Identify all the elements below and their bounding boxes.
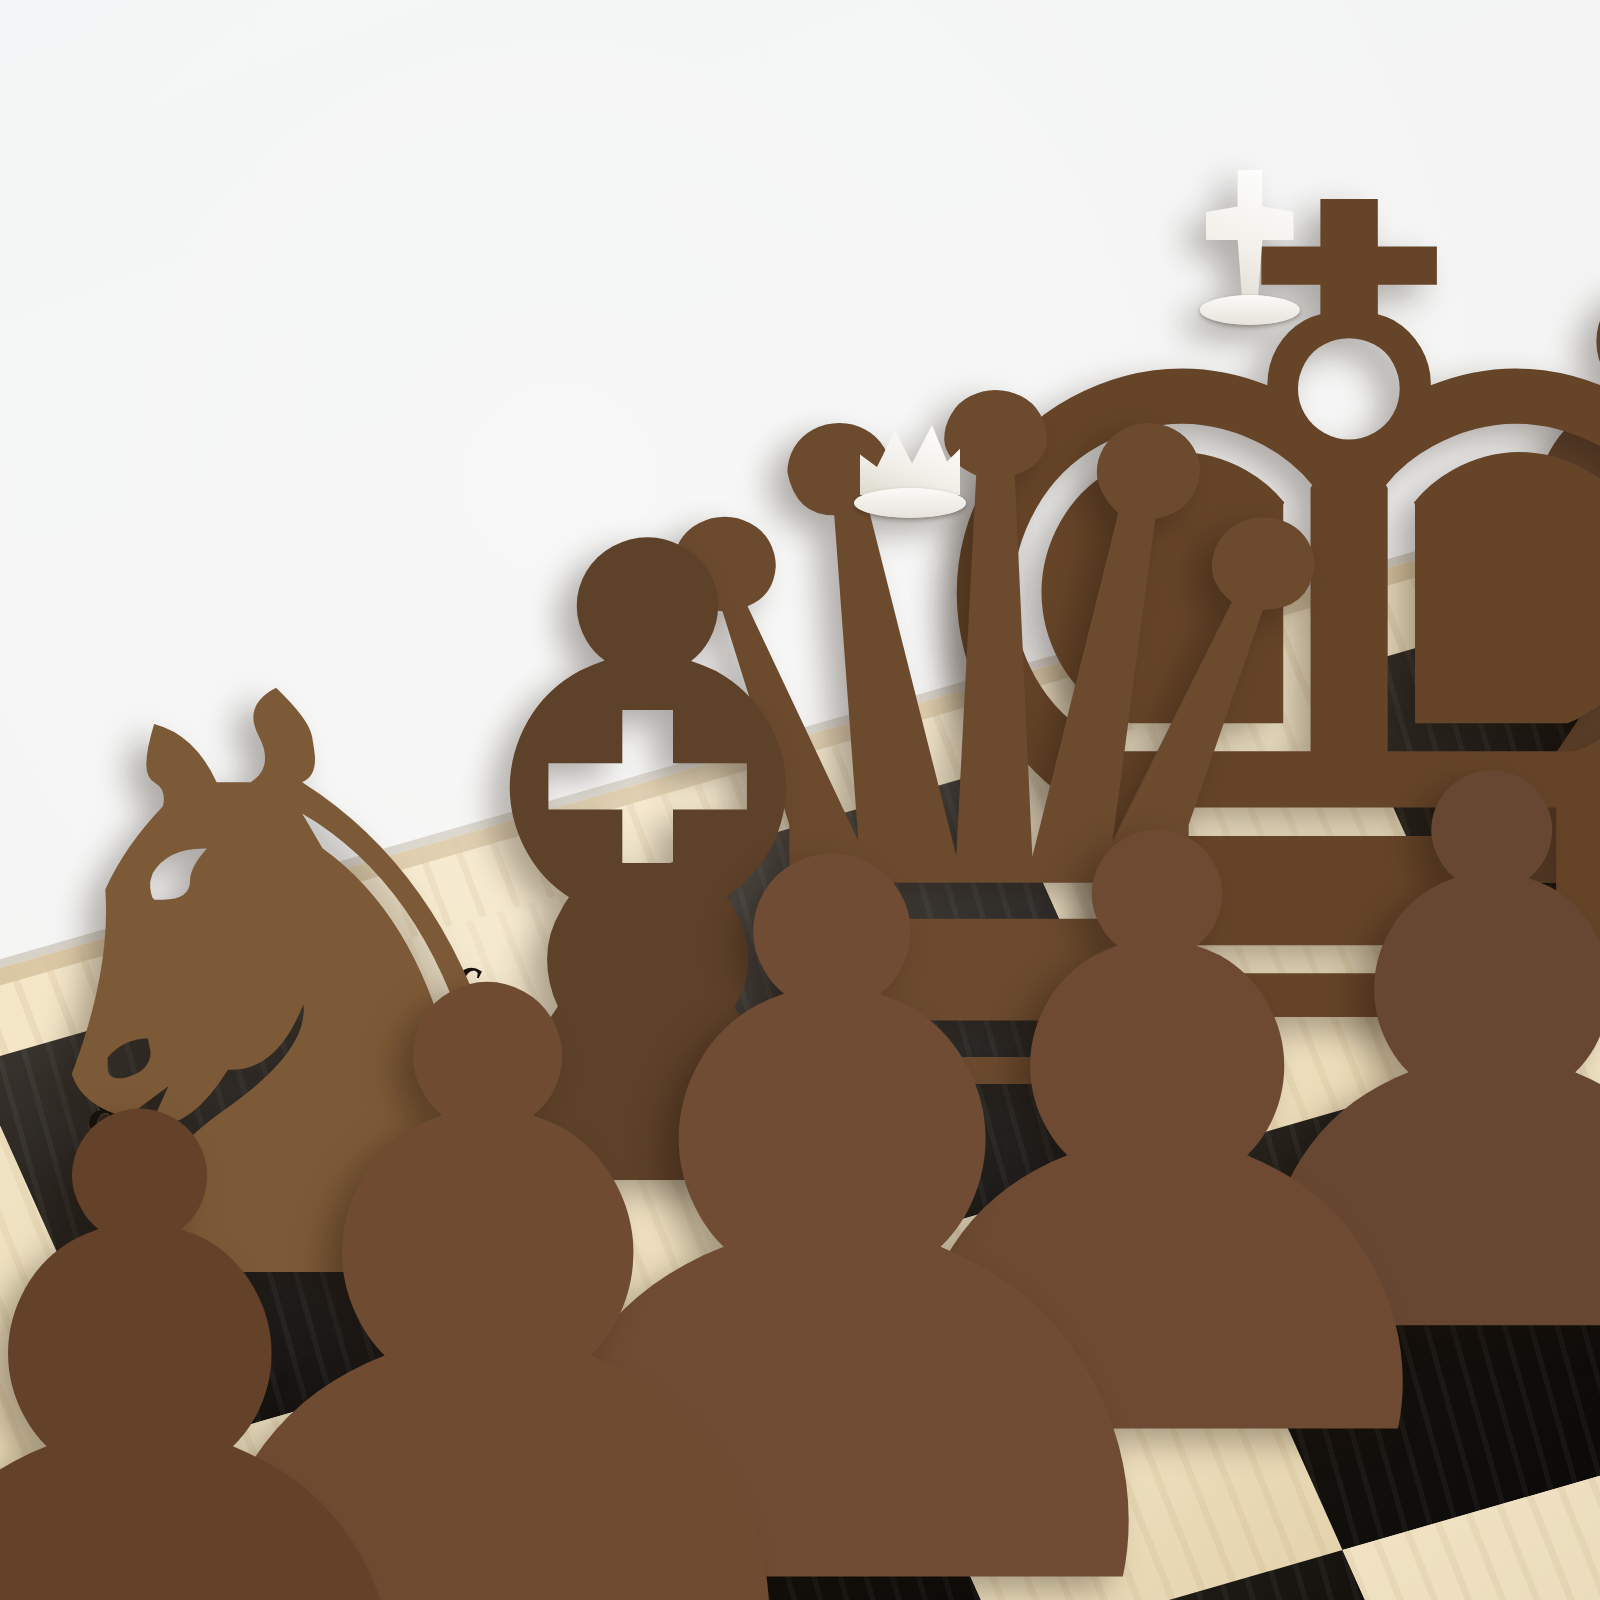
- pawn-glyph: ♟: [0, 1010, 371, 1600]
- chess-set-photo: Angled close-up photo of a wooden chess …: [0, 0, 1600, 1600]
- dark-wood-pawn-a7[interactable]: ♟: [0, 1010, 371, 1600]
